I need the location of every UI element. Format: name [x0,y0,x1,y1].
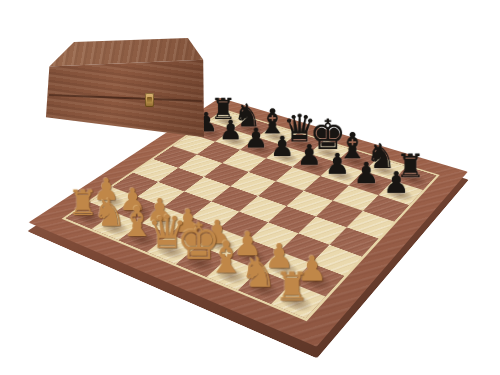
piece-black-pawn[interactable]: ♟ [321,149,353,178]
wooden-storage-box [40,34,210,148]
brass-clasp-icon [145,93,154,107]
piece-white-rook[interactable]: ♜ [272,267,312,307]
piece-black-pawn[interactable]: ♟ [350,158,383,187]
chess-set-photo: ♜♞♝♛♚♝♞♜♟♟♟♟♟♟♟♟♟♟♟♟♟♟♟♟♜♞♝♛♚♝♞♜ [0,0,500,375]
square-e5[interactable] [258,181,304,206]
piece-black-pawn[interactable]: ♟ [380,168,414,198]
